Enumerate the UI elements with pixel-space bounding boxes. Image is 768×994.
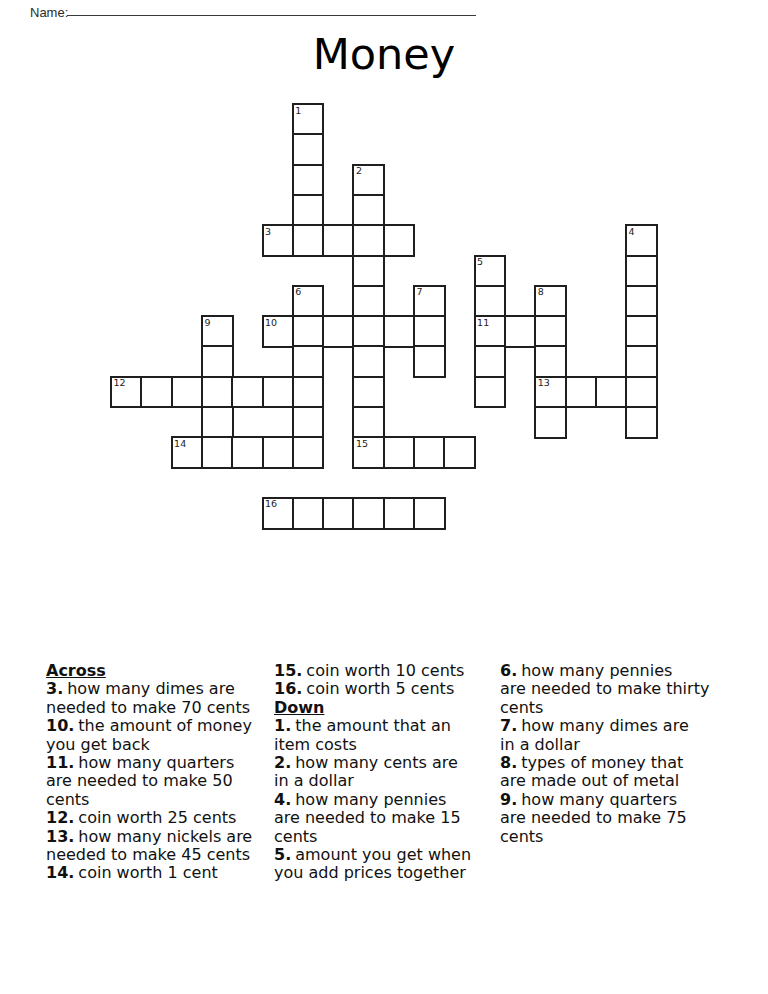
clue-number: 9. <box>500 790 517 809</box>
clue-9: 9.how many quarters are needed to make 7… <box>500 791 728 846</box>
cell-r9c8[interactable] <box>352 376 385 409</box>
clue-5: 5.amount you get when you add prices tog… <box>274 846 482 883</box>
cell-r6c8[interactable] <box>352 285 385 318</box>
clue-text: the amount of money you get back <box>46 716 252 753</box>
clue-text: how many quarters are needed to make 50 … <box>46 753 234 809</box>
cell-r13c6[interactable] <box>292 497 325 530</box>
cell-r4c8[interactable] <box>352 224 385 257</box>
name-row: Name: <box>30 2 68 21</box>
clue-heading-down: Down <box>274 699 482 717</box>
cell-number-16: 16 <box>265 499 277 509</box>
clue-text: types of money that are made out of meta… <box>500 753 683 790</box>
clue-1: 1.the amount that an item costs <box>274 717 482 754</box>
clue-number: 12. <box>46 808 74 827</box>
clue-text: how many pennies are needed to make 15 c… <box>274 790 461 846</box>
cell-r3c8[interactable] <box>352 194 385 227</box>
name-blank-line[interactable] <box>67 3 476 16</box>
cell-r7c12[interactable]: 11 <box>474 315 507 348</box>
crossword-grid: 12345678910111213141516 <box>110 103 658 530</box>
clue-number: 1. <box>274 716 291 735</box>
cell-r7c8[interactable] <box>352 315 385 348</box>
cell-r10c8[interactable] <box>352 406 385 439</box>
clue-15: 15.coin worth 10 cents <box>274 662 482 680</box>
cell-r8c12[interactable] <box>474 345 507 378</box>
clue-heading-across: Across <box>46 662 272 680</box>
clue-11: 11.how many quarters are needed to make … <box>46 754 272 809</box>
cell-r7c5[interactable]: 10 <box>262 315 295 348</box>
cell-r9c17[interactable] <box>625 376 658 409</box>
clue-text: amount you get when you add prices toget… <box>274 845 471 882</box>
cell-r9c5[interactable] <box>262 376 295 409</box>
clue-text: how many dimes are in a dollar <box>500 716 689 753</box>
clue-6: 6.how many pennies are needed to make th… <box>500 662 728 717</box>
cell-number-9: 9 <box>204 318 210 328</box>
clue-number: 6. <box>500 661 517 680</box>
cell-r11c4[interactable] <box>231 436 264 469</box>
cell-r10c14[interactable] <box>534 406 567 439</box>
clue-4: 4.how many pennies are needed to make 15… <box>274 791 482 846</box>
cell-r4c6[interactable] <box>292 224 325 257</box>
clue-number: 8. <box>500 753 517 772</box>
cell-r13c9[interactable] <box>383 497 416 530</box>
cell-r3c6[interactable] <box>292 194 325 227</box>
clue-text: how many nickels are needed to make 45 c… <box>46 827 252 864</box>
clue-8: 8.types of money that are made out of me… <box>500 754 728 791</box>
cell-r11c6[interactable] <box>292 436 325 469</box>
cell-r9c0[interactable]: 12 <box>110 376 143 409</box>
clue-14: 14.coin worth 1 cent <box>46 864 272 882</box>
cell-r7c10[interactable] <box>413 315 446 348</box>
cell-r8c14[interactable] <box>534 345 567 378</box>
cell-r9c3[interactable] <box>201 376 234 409</box>
clue-text: coin worth 1 cent <box>78 863 218 882</box>
clue-text: how many quarters are needed to make 75 … <box>500 790 687 846</box>
cell-number-13: 13 <box>538 378 550 388</box>
cell-number-12: 12 <box>114 378 126 388</box>
clue-text: the amount that an item costs <box>274 716 451 753</box>
clue-number: 15. <box>274 661 302 680</box>
cell-r9c14[interactable]: 13 <box>534 376 567 409</box>
cell-r11c9[interactable] <box>383 436 416 469</box>
cell-number-6: 6 <box>295 287 301 297</box>
clue-text: coin worth 10 cents <box>306 661 464 680</box>
cell-r8c3[interactable] <box>201 345 234 378</box>
clue-12: 12.coin worth 25 cents <box>46 809 272 827</box>
cell-r7c13[interactable] <box>504 315 537 348</box>
cell-r8c6[interactable] <box>292 345 325 378</box>
cell-r6c6[interactable]: 6 <box>292 285 325 318</box>
cell-r6c10[interactable]: 7 <box>413 285 446 318</box>
cell-number-8: 8 <box>538 287 544 297</box>
cell-number-15: 15 <box>356 439 368 449</box>
cell-r11c5[interactable] <box>262 436 295 469</box>
cell-r7c14[interactable] <box>534 315 567 348</box>
clue-number: 14. <box>46 863 74 882</box>
clue-text: coin worth 25 cents <box>78 808 236 827</box>
clue-13: 13.how many nickels are needed to make 4… <box>46 828 272 865</box>
cell-r11c3[interactable] <box>201 436 234 469</box>
cell-r4c5[interactable]: 3 <box>262 224 295 257</box>
cell-r8c10[interactable] <box>413 345 446 378</box>
clue-3: 3.how many dimes are needed to make 70 c… <box>46 680 272 717</box>
cell-r8c17[interactable] <box>625 345 658 378</box>
cell-r4c9[interactable] <box>383 224 416 257</box>
cell-r9c16[interactable] <box>595 376 628 409</box>
cell-r4c17[interactable]: 4 <box>625 224 658 257</box>
cell-number-14: 14 <box>174 439 186 449</box>
name-label: Name: <box>30 5 68 20</box>
cell-r9c1[interactable] <box>140 376 173 409</box>
cell-r7c6[interactable] <box>292 315 325 348</box>
clue-number: 11. <box>46 753 74 772</box>
clue-16: 16.coin worth 5 cents <box>274 680 482 698</box>
cell-r9c12[interactable] <box>474 376 507 409</box>
cell-r7c7[interactable] <box>322 315 355 348</box>
clue-text: how many dimes are needed to make 70 cen… <box>46 679 250 716</box>
cell-r1c6[interactable] <box>292 133 325 166</box>
clue-2: 2.how many cents are in a dollar <box>274 754 482 791</box>
puzzle-title: Money <box>0 29 768 79</box>
clue-number: 5. <box>274 845 291 864</box>
cell-number-10: 10 <box>265 318 277 328</box>
cell-number-4: 4 <box>629 227 635 237</box>
cell-r11c11[interactable] <box>443 436 476 469</box>
cell-r6c14[interactable]: 8 <box>534 285 567 318</box>
cell-r7c17[interactable] <box>625 315 658 348</box>
clue-number: 10. <box>46 716 74 735</box>
clue-column-down: 6.how many pennies are needed to make th… <box>500 662 728 846</box>
cell-r5c8[interactable] <box>352 255 385 288</box>
cell-r2c6[interactable] <box>292 164 325 197</box>
clue-number: 7. <box>500 716 517 735</box>
clue-text: coin worth 5 cents <box>306 679 454 698</box>
clue-number: 4. <box>274 790 291 809</box>
cell-r10c3[interactable] <box>201 406 234 439</box>
cell-number-7: 7 <box>417 287 423 297</box>
cell-r11c10[interactable] <box>413 436 446 469</box>
cell-r10c17[interactable] <box>625 406 658 439</box>
clues-section: Across3.how many dimes are needed to mak… <box>0 662 768 902</box>
clue-10: 10.the amount of money you get back <box>46 717 272 754</box>
clue-column-across: Across3.how many dimes are needed to mak… <box>46 662 272 883</box>
cell-r11c8[interactable]: 15 <box>352 436 385 469</box>
cell-r6c17[interactable] <box>625 285 658 318</box>
cell-r9c15[interactable] <box>565 376 598 409</box>
cell-r11c2[interactable]: 14 <box>171 436 204 469</box>
cell-r13c5[interactable]: 16 <box>262 497 295 530</box>
cell-r13c10[interactable] <box>413 497 446 530</box>
cell-r7c9[interactable] <box>383 315 416 348</box>
clue-number: 16. <box>274 679 302 698</box>
cell-number-11: 11 <box>477 318 489 328</box>
cell-r2c8[interactable]: 2 <box>352 164 385 197</box>
cell-r13c7[interactable] <box>322 497 355 530</box>
cell-number-3: 3 <box>265 227 271 237</box>
cell-r8c8[interactable] <box>352 345 385 378</box>
cell-r9c2[interactable] <box>171 376 204 409</box>
cell-number-5: 5 <box>477 257 483 267</box>
cell-r9c4[interactable] <box>231 376 264 409</box>
cell-number-2: 2 <box>356 166 362 176</box>
cell-r13c8[interactable] <box>352 497 385 530</box>
clue-number: 2. <box>274 753 291 772</box>
cell-r0c6[interactable]: 1 <box>292 103 325 136</box>
cell-r4c7[interactable] <box>322 224 355 257</box>
cell-r5c17[interactable] <box>625 255 658 288</box>
clue-7: 7.how many dimes are in a dollar <box>500 717 728 754</box>
cell-r5c12[interactable]: 5 <box>474 255 507 288</box>
worksheet-page: Name: Money 12345678910111213141516 Acro… <box>0 0 768 994</box>
cell-r7c3[interactable]: 9 <box>201 315 234 348</box>
clue-column-middle: 15.coin worth 10 cents16.coin worth 5 ce… <box>274 662 482 883</box>
clue-number: 13. <box>46 827 74 846</box>
cell-r9c6[interactable] <box>292 376 325 409</box>
clue-text: how many cents are in a dollar <box>274 753 458 790</box>
cell-r10c6[interactable] <box>292 406 325 439</box>
cell-number-1: 1 <box>295 106 301 116</box>
clue-text: how many pennies are needed to make thir… <box>500 661 709 717</box>
cell-r6c12[interactable] <box>474 285 507 318</box>
clue-number: 3. <box>46 679 63 698</box>
